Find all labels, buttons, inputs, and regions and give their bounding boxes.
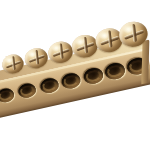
wire-hole — [0, 87, 15, 104]
bar-end-face — [141, 39, 149, 84]
hole-threading — [84, 69, 102, 83]
hole-threading — [106, 64, 124, 79]
hole-threading — [0, 89, 13, 102]
terminal-bar — [0, 39, 150, 120]
wire-hole — [38, 77, 59, 95]
wire-hole — [17, 82, 37, 100]
wire-hole — [82, 66, 104, 85]
hole-threading — [62, 74, 79, 88]
hole-threading — [19, 84, 35, 97]
hole-threading — [41, 79, 57, 93]
wire-hole — [103, 61, 126, 81]
product-photo-canvas — [0, 0, 150, 150]
wire-hole — [60, 72, 82, 91]
